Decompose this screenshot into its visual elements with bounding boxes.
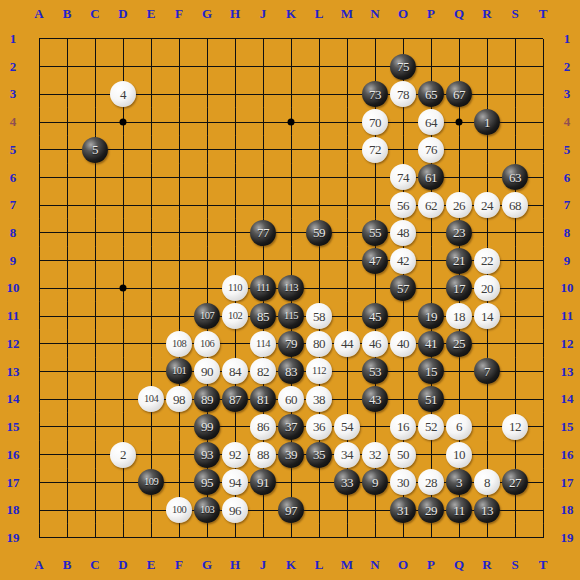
board-cell-R18[interactable]: 13 bbox=[473, 496, 501, 524]
board-cell-R11[interactable]: 14 bbox=[473, 302, 501, 330]
board-cell-Q10[interactable]: 17 bbox=[445, 274, 473, 302]
board-cell-H5[interactable] bbox=[221, 136, 249, 164]
board-cell-B6[interactable] bbox=[53, 164, 81, 192]
board-cell-P13[interactable]: 15 bbox=[417, 358, 445, 386]
board-cell-A4[interactable] bbox=[25, 108, 53, 136]
board-cell-P19[interactable] bbox=[417, 524, 445, 552]
board-cell-L18[interactable] bbox=[305, 496, 333, 524]
board-cell-H1[interactable] bbox=[221, 25, 249, 53]
board-cell-S10[interactable] bbox=[501, 274, 529, 302]
board-cell-F3[interactable] bbox=[165, 80, 193, 108]
board-cell-F7[interactable] bbox=[165, 191, 193, 219]
board-cell-Q18[interactable]: 11 bbox=[445, 496, 473, 524]
board-cell-R10[interactable]: 20 bbox=[473, 274, 501, 302]
board-cell-H15[interactable] bbox=[221, 413, 249, 441]
board-cell-L7[interactable] bbox=[305, 191, 333, 219]
board-cell-J3[interactable] bbox=[249, 80, 277, 108]
board-cell-M6[interactable] bbox=[333, 164, 361, 192]
board-cell-A6[interactable] bbox=[25, 164, 53, 192]
board-cell-R7[interactable]: 24 bbox=[473, 191, 501, 219]
board-cell-N17[interactable]: 9 bbox=[361, 469, 389, 497]
board-cell-M13[interactable] bbox=[333, 358, 361, 386]
board-cell-R4[interactable]: 1 bbox=[473, 108, 501, 136]
board-cell-C12[interactable] bbox=[81, 330, 109, 358]
board-cell-L14[interactable]: 38 bbox=[305, 385, 333, 413]
board-cell-L1[interactable] bbox=[305, 25, 333, 53]
board-cell-Q6[interactable] bbox=[445, 164, 473, 192]
board-cell-L8[interactable]: 59 bbox=[305, 219, 333, 247]
board-cell-R1[interactable] bbox=[473, 25, 501, 53]
board-cell-E15[interactable] bbox=[137, 413, 165, 441]
board-cell-S15[interactable]: 12 bbox=[501, 413, 529, 441]
board-cell-H6[interactable] bbox=[221, 164, 249, 192]
board-cell-H7[interactable] bbox=[221, 191, 249, 219]
board-cell-D6[interactable] bbox=[109, 164, 137, 192]
board-cell-M14[interactable] bbox=[333, 385, 361, 413]
board-cell-M16[interactable]: 34 bbox=[333, 441, 361, 469]
board-cell-J11[interactable]: 85 bbox=[249, 302, 277, 330]
board-cell-P18[interactable]: 29 bbox=[417, 496, 445, 524]
board-cell-F16[interactable] bbox=[165, 441, 193, 469]
board-cell-N12[interactable]: 46 bbox=[361, 330, 389, 358]
board-cell-T17[interactable] bbox=[529, 469, 557, 497]
board-cell-J19[interactable] bbox=[249, 524, 277, 552]
board-cell-H16[interactable]: 92 bbox=[221, 441, 249, 469]
board-cell-O5[interactable] bbox=[389, 136, 417, 164]
board-cell-F17[interactable] bbox=[165, 469, 193, 497]
board-cell-S18[interactable] bbox=[501, 496, 529, 524]
board-cell-K16[interactable]: 39 bbox=[277, 441, 305, 469]
board-cell-J1[interactable] bbox=[249, 25, 277, 53]
board-cell-Q15[interactable]: 6 bbox=[445, 413, 473, 441]
board-cell-H19[interactable] bbox=[221, 524, 249, 552]
board-cell-C3[interactable] bbox=[81, 80, 109, 108]
board-cell-S8[interactable] bbox=[501, 219, 529, 247]
board-cell-P14[interactable]: 51 bbox=[417, 385, 445, 413]
board-cell-C6[interactable] bbox=[81, 164, 109, 192]
board-cell-E8[interactable] bbox=[137, 219, 165, 247]
board-cell-R15[interactable] bbox=[473, 413, 501, 441]
board-cell-O17[interactable]: 30 bbox=[389, 469, 417, 497]
board-cell-F10[interactable] bbox=[165, 274, 193, 302]
board-cell-B15[interactable] bbox=[53, 413, 81, 441]
board-cell-O19[interactable] bbox=[389, 524, 417, 552]
board-cell-D11[interactable] bbox=[109, 302, 137, 330]
board-cell-K18[interactable]: 97 bbox=[277, 496, 305, 524]
board-cell-D3[interactable]: 4 bbox=[109, 80, 137, 108]
board-cell-C4[interactable] bbox=[81, 108, 109, 136]
board-cell-T16[interactable] bbox=[529, 441, 557, 469]
board-cell-T10[interactable] bbox=[529, 274, 557, 302]
board-cell-K12[interactable]: 79 bbox=[277, 330, 305, 358]
board-cell-S9[interactable] bbox=[501, 247, 529, 275]
board-cell-M12[interactable]: 44 bbox=[333, 330, 361, 358]
board-cell-Q1[interactable] bbox=[445, 25, 473, 53]
board-cell-C7[interactable] bbox=[81, 191, 109, 219]
board-cell-O1[interactable] bbox=[389, 25, 417, 53]
board-cell-G3[interactable] bbox=[193, 80, 221, 108]
board-cell-R8[interactable] bbox=[473, 219, 501, 247]
board-cell-B10[interactable] bbox=[53, 274, 81, 302]
board-cell-R9[interactable]: 22 bbox=[473, 247, 501, 275]
board-cell-J4[interactable] bbox=[249, 108, 277, 136]
board-cell-K13[interactable]: 83 bbox=[277, 358, 305, 386]
board-cell-O15[interactable]: 16 bbox=[389, 413, 417, 441]
board-cell-O6[interactable]: 74 bbox=[389, 164, 417, 192]
board-cell-R19[interactable] bbox=[473, 524, 501, 552]
board-cell-C2[interactable] bbox=[81, 53, 109, 81]
board-cell-F14[interactable]: 98 bbox=[165, 385, 193, 413]
board-cell-O13[interactable] bbox=[389, 358, 417, 386]
board-cell-O3[interactable]: 78 bbox=[389, 80, 417, 108]
board-cell-B3[interactable] bbox=[53, 80, 81, 108]
board-cell-B4[interactable] bbox=[53, 108, 81, 136]
board-cell-J8[interactable]: 77 bbox=[249, 219, 277, 247]
board-cell-R16[interactable] bbox=[473, 441, 501, 469]
board-cell-D4[interactable] bbox=[109, 108, 137, 136]
board-cell-R14[interactable] bbox=[473, 385, 501, 413]
board-cell-S12[interactable] bbox=[501, 330, 529, 358]
board-cell-M15[interactable]: 54 bbox=[333, 413, 361, 441]
board-cell-Q3[interactable]: 67 bbox=[445, 80, 473, 108]
board-cell-G4[interactable] bbox=[193, 108, 221, 136]
board-cell-T5[interactable] bbox=[529, 136, 557, 164]
board-cell-L6[interactable] bbox=[305, 164, 333, 192]
board-cell-N18[interactable] bbox=[361, 496, 389, 524]
board-cell-P3[interactable]: 65 bbox=[417, 80, 445, 108]
board-cell-B2[interactable] bbox=[53, 53, 81, 81]
board-cell-L5[interactable] bbox=[305, 136, 333, 164]
board-cell-F2[interactable] bbox=[165, 53, 193, 81]
board-cell-A9[interactable] bbox=[25, 247, 53, 275]
board-cell-O14[interactable] bbox=[389, 385, 417, 413]
board-cell-S6[interactable]: 63 bbox=[501, 164, 529, 192]
board-cell-K11[interactable]: 115 bbox=[277, 302, 305, 330]
board-cell-A1[interactable] bbox=[25, 25, 53, 53]
board-cell-P11[interactable]: 19 bbox=[417, 302, 445, 330]
board-cell-A8[interactable] bbox=[25, 219, 53, 247]
board-cell-K6[interactable] bbox=[277, 164, 305, 192]
board-cell-N9[interactable]: 47 bbox=[361, 247, 389, 275]
board-cell-P6[interactable]: 61 bbox=[417, 164, 445, 192]
board-cell-L17[interactable] bbox=[305, 469, 333, 497]
board-cell-G2[interactable] bbox=[193, 53, 221, 81]
board-cell-L16[interactable]: 35 bbox=[305, 441, 333, 469]
board-cell-T14[interactable] bbox=[529, 385, 557, 413]
board-cell-S17[interactable]: 27 bbox=[501, 469, 529, 497]
board-cell-F11[interactable] bbox=[165, 302, 193, 330]
board-cell-B18[interactable] bbox=[53, 496, 81, 524]
board-cell-J9[interactable] bbox=[249, 247, 277, 275]
board-cell-E19[interactable] bbox=[137, 524, 165, 552]
board-cell-L9[interactable] bbox=[305, 247, 333, 275]
board-cell-G5[interactable] bbox=[193, 136, 221, 164]
board-cell-M1[interactable] bbox=[333, 25, 361, 53]
board-cell-D7[interactable] bbox=[109, 191, 137, 219]
board-cell-R6[interactable] bbox=[473, 164, 501, 192]
board-cell-K9[interactable] bbox=[277, 247, 305, 275]
board-cell-P15[interactable]: 52 bbox=[417, 413, 445, 441]
board-cell-N19[interactable] bbox=[361, 524, 389, 552]
board-cell-E18[interactable] bbox=[137, 496, 165, 524]
board-cell-E14[interactable]: 104 bbox=[137, 385, 165, 413]
board-cell-R17[interactable]: 8 bbox=[473, 469, 501, 497]
board-cell-K3[interactable] bbox=[277, 80, 305, 108]
board-cell-L13[interactable]: 112 bbox=[305, 358, 333, 386]
board-cell-L15[interactable]: 36 bbox=[305, 413, 333, 441]
board-cell-T13[interactable] bbox=[529, 358, 557, 386]
board-cell-S3[interactable] bbox=[501, 80, 529, 108]
board-cell-C11[interactable] bbox=[81, 302, 109, 330]
board-cell-A17[interactable] bbox=[25, 469, 53, 497]
board-cell-M3[interactable] bbox=[333, 80, 361, 108]
board-cell-M7[interactable] bbox=[333, 191, 361, 219]
board-cell-R13[interactable]: 7 bbox=[473, 358, 501, 386]
board-cell-J7[interactable] bbox=[249, 191, 277, 219]
board-cell-H4[interactable] bbox=[221, 108, 249, 136]
board-cell-Q14[interactable] bbox=[445, 385, 473, 413]
board-cell-K14[interactable]: 60 bbox=[277, 385, 305, 413]
board-cell-G9[interactable] bbox=[193, 247, 221, 275]
board-cell-Q8[interactable]: 23 bbox=[445, 219, 473, 247]
board-cell-T3[interactable] bbox=[529, 80, 557, 108]
board-cell-T2[interactable] bbox=[529, 53, 557, 81]
board-cell-L12[interactable]: 80 bbox=[305, 330, 333, 358]
board-cell-B14[interactable] bbox=[53, 385, 81, 413]
board-cell-A19[interactable] bbox=[25, 524, 53, 552]
board-cell-D9[interactable] bbox=[109, 247, 137, 275]
board-cell-T12[interactable] bbox=[529, 330, 557, 358]
board-cell-T7[interactable] bbox=[529, 191, 557, 219]
goban[interactable]: 7547378656770641572767461635662262468775… bbox=[25, 25, 557, 552]
board-cell-P17[interactable]: 28 bbox=[417, 469, 445, 497]
board-cell-E4[interactable] bbox=[137, 108, 165, 136]
board-cell-E16[interactable] bbox=[137, 441, 165, 469]
board-cell-N7[interactable] bbox=[361, 191, 389, 219]
board-cell-R2[interactable] bbox=[473, 53, 501, 81]
board-cell-D5[interactable] bbox=[109, 136, 137, 164]
board-cell-D1[interactable] bbox=[109, 25, 137, 53]
board-cell-N3[interactable]: 73 bbox=[361, 80, 389, 108]
board-cell-F6[interactable] bbox=[165, 164, 193, 192]
board-cell-H17[interactable]: 94 bbox=[221, 469, 249, 497]
board-cell-E12[interactable] bbox=[137, 330, 165, 358]
board-cell-S4[interactable] bbox=[501, 108, 529, 136]
board-cell-E5[interactable] bbox=[137, 136, 165, 164]
board-cell-P7[interactable]: 62 bbox=[417, 191, 445, 219]
board-cell-J5[interactable] bbox=[249, 136, 277, 164]
board-cell-O12[interactable]: 40 bbox=[389, 330, 417, 358]
board-cell-M5[interactable] bbox=[333, 136, 361, 164]
board-cell-D2[interactable] bbox=[109, 53, 137, 81]
board-cell-F18[interactable]: 100 bbox=[165, 496, 193, 524]
board-cell-E7[interactable] bbox=[137, 191, 165, 219]
board-cell-T9[interactable] bbox=[529, 247, 557, 275]
board-cell-L19[interactable] bbox=[305, 524, 333, 552]
board-cell-S5[interactable] bbox=[501, 136, 529, 164]
board-cell-L10[interactable] bbox=[305, 274, 333, 302]
board-cell-A16[interactable] bbox=[25, 441, 53, 469]
board-cell-C1[interactable] bbox=[81, 25, 109, 53]
board-cell-O2[interactable]: 75 bbox=[389, 53, 417, 81]
board-cell-G6[interactable] bbox=[193, 164, 221, 192]
board-cell-B19[interactable] bbox=[53, 524, 81, 552]
board-cell-H11[interactable]: 102 bbox=[221, 302, 249, 330]
board-cell-C17[interactable] bbox=[81, 469, 109, 497]
board-cell-S7[interactable]: 68 bbox=[501, 191, 529, 219]
board-cell-B11[interactable] bbox=[53, 302, 81, 330]
board-cell-E6[interactable] bbox=[137, 164, 165, 192]
board-cell-M10[interactable] bbox=[333, 274, 361, 302]
board-cell-H12[interactable] bbox=[221, 330, 249, 358]
board-cell-J10[interactable]: 111 bbox=[249, 274, 277, 302]
board-cell-N2[interactable] bbox=[361, 53, 389, 81]
board-cell-L4[interactable] bbox=[305, 108, 333, 136]
board-cell-H9[interactable] bbox=[221, 247, 249, 275]
board-cell-K2[interactable] bbox=[277, 53, 305, 81]
board-cell-M17[interactable]: 33 bbox=[333, 469, 361, 497]
board-cell-N15[interactable] bbox=[361, 413, 389, 441]
board-cell-T8[interactable] bbox=[529, 219, 557, 247]
board-cell-J16[interactable]: 88 bbox=[249, 441, 277, 469]
board-cell-E2[interactable] bbox=[137, 53, 165, 81]
board-cell-F19[interactable] bbox=[165, 524, 193, 552]
board-cell-A2[interactable] bbox=[25, 53, 53, 81]
board-cell-E17[interactable]: 109 bbox=[137, 469, 165, 497]
board-cell-K15[interactable]: 37 bbox=[277, 413, 305, 441]
board-cell-D18[interactable] bbox=[109, 496, 137, 524]
board-cell-K1[interactable] bbox=[277, 25, 305, 53]
board-cell-G17[interactable]: 95 bbox=[193, 469, 221, 497]
board-cell-Q19[interactable] bbox=[445, 524, 473, 552]
board-cell-T19[interactable] bbox=[529, 524, 557, 552]
board-cell-D13[interactable] bbox=[109, 358, 137, 386]
board-cell-T15[interactable] bbox=[529, 413, 557, 441]
board-cell-D17[interactable] bbox=[109, 469, 137, 497]
board-cell-P16[interactable] bbox=[417, 441, 445, 469]
board-cell-E10[interactable] bbox=[137, 274, 165, 302]
board-cell-R3[interactable] bbox=[473, 80, 501, 108]
board-cell-B1[interactable] bbox=[53, 25, 81, 53]
board-cell-C15[interactable] bbox=[81, 413, 109, 441]
board-cell-J2[interactable] bbox=[249, 53, 277, 81]
board-cell-L3[interactable] bbox=[305, 80, 333, 108]
board-cell-S16[interactable] bbox=[501, 441, 529, 469]
board-cell-N13[interactable]: 53 bbox=[361, 358, 389, 386]
board-cell-G11[interactable]: 107 bbox=[193, 302, 221, 330]
board-cell-O4[interactable] bbox=[389, 108, 417, 136]
board-cell-P1[interactable] bbox=[417, 25, 445, 53]
board-cell-B12[interactable] bbox=[53, 330, 81, 358]
board-cell-G10[interactable] bbox=[193, 274, 221, 302]
board-cell-S14[interactable] bbox=[501, 385, 529, 413]
board-cell-B16[interactable] bbox=[53, 441, 81, 469]
board-cell-R5[interactable] bbox=[473, 136, 501, 164]
board-cell-G8[interactable] bbox=[193, 219, 221, 247]
board-cell-G13[interactable]: 90 bbox=[193, 358, 221, 386]
board-cell-P8[interactable] bbox=[417, 219, 445, 247]
board-cell-J15[interactable]: 86 bbox=[249, 413, 277, 441]
board-cell-K19[interactable] bbox=[277, 524, 305, 552]
board-cell-J14[interactable]: 81 bbox=[249, 385, 277, 413]
board-cell-J18[interactable] bbox=[249, 496, 277, 524]
board-cell-K10[interactable]: 113 bbox=[277, 274, 305, 302]
board-cell-Q5[interactable] bbox=[445, 136, 473, 164]
board-cell-A5[interactable] bbox=[25, 136, 53, 164]
board-cell-F1[interactable] bbox=[165, 25, 193, 53]
board-cell-Q16[interactable]: 10 bbox=[445, 441, 473, 469]
board-cell-D8[interactable] bbox=[109, 219, 137, 247]
board-cell-L2[interactable] bbox=[305, 53, 333, 81]
board-cell-P5[interactable]: 76 bbox=[417, 136, 445, 164]
board-cell-Q7[interactable]: 26 bbox=[445, 191, 473, 219]
board-cell-H8[interactable] bbox=[221, 219, 249, 247]
board-cell-N16[interactable]: 32 bbox=[361, 441, 389, 469]
board-cell-C10[interactable] bbox=[81, 274, 109, 302]
board-cell-M9[interactable] bbox=[333, 247, 361, 275]
board-cell-B8[interactable] bbox=[53, 219, 81, 247]
board-cell-C16[interactable] bbox=[81, 441, 109, 469]
board-cell-A10[interactable] bbox=[25, 274, 53, 302]
board-cell-M19[interactable] bbox=[333, 524, 361, 552]
board-cell-B13[interactable] bbox=[53, 358, 81, 386]
board-cell-P10[interactable] bbox=[417, 274, 445, 302]
board-cell-P2[interactable] bbox=[417, 53, 445, 81]
board-cell-H14[interactable]: 87 bbox=[221, 385, 249, 413]
board-cell-S19[interactable] bbox=[501, 524, 529, 552]
board-cell-F15[interactable] bbox=[165, 413, 193, 441]
board-cell-T18[interactable] bbox=[529, 496, 557, 524]
board-cell-O9[interactable]: 42 bbox=[389, 247, 417, 275]
board-cell-C8[interactable] bbox=[81, 219, 109, 247]
board-cell-N1[interactable] bbox=[361, 25, 389, 53]
board-cell-N14[interactable]: 43 bbox=[361, 385, 389, 413]
board-cell-G1[interactable] bbox=[193, 25, 221, 53]
board-cell-A18[interactable] bbox=[25, 496, 53, 524]
board-cell-P12[interactable]: 41 bbox=[417, 330, 445, 358]
board-cell-N6[interactable] bbox=[361, 164, 389, 192]
board-cell-D14[interactable] bbox=[109, 385, 137, 413]
board-cell-C18[interactable] bbox=[81, 496, 109, 524]
board-cell-B17[interactable] bbox=[53, 469, 81, 497]
board-cell-R12[interactable] bbox=[473, 330, 501, 358]
board-cell-C19[interactable] bbox=[81, 524, 109, 552]
board-cell-D16[interactable]: 2 bbox=[109, 441, 137, 469]
board-cell-Q11[interactable]: 18 bbox=[445, 302, 473, 330]
board-cell-C5[interactable]: 5 bbox=[81, 136, 109, 164]
board-cell-A7[interactable] bbox=[25, 191, 53, 219]
board-cell-P4[interactable]: 64 bbox=[417, 108, 445, 136]
board-cell-G19[interactable] bbox=[193, 524, 221, 552]
board-cell-F13[interactable]: 101 bbox=[165, 358, 193, 386]
board-cell-N4[interactable]: 70 bbox=[361, 108, 389, 136]
board-cell-D19[interactable] bbox=[109, 524, 137, 552]
board-cell-H3[interactable] bbox=[221, 80, 249, 108]
board-cell-A15[interactable] bbox=[25, 413, 53, 441]
board-cell-E9[interactable] bbox=[137, 247, 165, 275]
board-cell-C13[interactable] bbox=[81, 358, 109, 386]
board-cell-E11[interactable] bbox=[137, 302, 165, 330]
board-cell-S1[interactable] bbox=[501, 25, 529, 53]
board-cell-N10[interactable] bbox=[361, 274, 389, 302]
board-cell-S11[interactable] bbox=[501, 302, 529, 330]
board-cell-E1[interactable] bbox=[137, 25, 165, 53]
board-cell-Q13[interactable] bbox=[445, 358, 473, 386]
board-cell-E3[interactable] bbox=[137, 80, 165, 108]
board-cell-O8[interactable]: 48 bbox=[389, 219, 417, 247]
board-cell-O11[interactable] bbox=[389, 302, 417, 330]
board-cell-D10[interactable] bbox=[109, 274, 137, 302]
